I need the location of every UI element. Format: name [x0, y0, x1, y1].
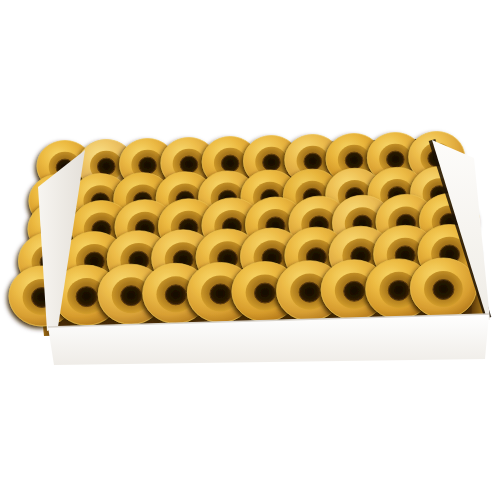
product-photo	[0, 0, 500, 500]
bobbin-box-scene	[0, 0, 500, 500]
bobbin	[410, 258, 476, 318]
